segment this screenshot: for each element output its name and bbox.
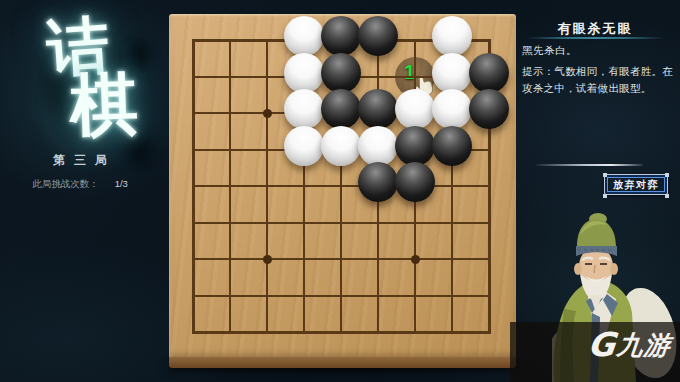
- black-stone: [321, 16, 361, 56]
- title-char-2: 棋: [69, 69, 139, 139]
- left-divider: [18, 171, 138, 173]
- resign-button[interactable]: 放弃对弈: [604, 174, 668, 195]
- nine-game-logo: G 九游: [588, 328, 671, 361]
- black-stone: [358, 89, 398, 129]
- black-stone: [469, 89, 509, 129]
- puzzle-title: 有眼杀无眼: [520, 20, 670, 38]
- grid-line-horizontal: [192, 222, 491, 224]
- black-stone: [469, 53, 509, 93]
- round-label: 第三局: [0, 152, 160, 169]
- go-board[interactable]: 1: [169, 14, 516, 357]
- white-stone: [395, 89, 435, 129]
- white-stone: [284, 16, 324, 56]
- silver-divider: [536, 164, 643, 166]
- grid-line-horizontal: [192, 331, 491, 334]
- black-stone: [358, 16, 398, 56]
- white-stone: [284, 126, 324, 166]
- black-stone: [395, 162, 435, 202]
- go-puzzle-screen: 诘 棋 第三局 此局挑战次数： 1/3 1 有眼杀无眼 黑先杀白。 提示：气数相…: [0, 0, 680, 382]
- star-point: [411, 255, 420, 264]
- white-stone: [358, 126, 398, 166]
- white-stone: [284, 53, 324, 93]
- white-stone: [432, 16, 472, 56]
- black-stone: [358, 162, 398, 202]
- challenge-count-label: 此局挑战次数：: [32, 178, 99, 191]
- nine-game-logo-icon: G: [586, 328, 617, 361]
- star-point: [263, 109, 272, 118]
- puzzle-hint: 提示：气数相同，有眼者胜。在攻杀之中，试着做出眼型。: [522, 63, 680, 96]
- grid-line-horizontal: [192, 258, 491, 260]
- black-stone: [432, 126, 472, 166]
- white-stone: [432, 53, 472, 93]
- white-stone: [284, 89, 324, 129]
- black-stone: [395, 126, 435, 166]
- challenge-count-value: 1/3: [115, 178, 128, 191]
- white-stone: [432, 89, 472, 129]
- challenge-count-row: 此局挑战次数： 1/3: [0, 178, 160, 191]
- black-stone: [321, 89, 361, 129]
- go-board-grid[interactable]: 1: [169, 14, 516, 357]
- black-stone: [321, 53, 361, 93]
- star-point: [263, 255, 272, 264]
- grid-line-horizontal: [192, 295, 491, 297]
- board-front-edge: [169, 357, 516, 368]
- puzzle-objective: 黑先杀白。: [522, 44, 678, 58]
- title-divider: [526, 37, 664, 39]
- grid-line-horizontal: [192, 185, 491, 187]
- nine-game-logo-text: 九游: [616, 332, 673, 358]
- white-stone: [321, 126, 361, 166]
